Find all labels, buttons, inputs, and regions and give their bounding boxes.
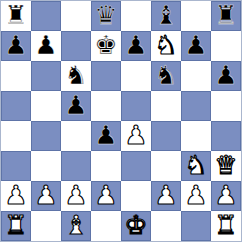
square-e8[interactable] (121, 1, 151, 31)
black-queen-icon[interactable]: ♛ (94, 1, 117, 30)
square-g4[interactable] (181, 121, 211, 151)
square-d1[interactable] (91, 211, 121, 241)
square-f6[interactable]: ♞ (151, 61, 181, 91)
square-g3[interactable]: ♞ (181, 151, 211, 181)
white-pawn-icon[interactable]: ♟ (154, 181, 177, 210)
black-bishop-icon[interactable]: ♝ (154, 1, 177, 30)
square-f8[interactable]: ♝ (151, 1, 181, 31)
square-f3[interactable] (151, 151, 181, 181)
square-h7[interactable] (211, 31, 241, 61)
square-d8[interactable]: ♛ (91, 1, 121, 31)
chess-board: ♜♛♝♜♟♟♚♟♞♟♞♞♟♟♟♟♞♛♟♟♟♟♟♟♟♜♝♚♜ (0, 0, 242, 242)
square-a7[interactable]: ♟ (1, 31, 31, 61)
square-d6[interactable] (91, 61, 121, 91)
white-pawn-icon[interactable]: ♟ (214, 181, 237, 210)
square-a5[interactable] (1, 91, 31, 121)
square-d3[interactable] (91, 151, 121, 181)
square-e3[interactable] (121, 151, 151, 181)
square-f1[interactable] (151, 211, 181, 241)
square-c2[interactable]: ♟ (61, 181, 91, 211)
square-g6[interactable] (181, 61, 211, 91)
square-h8[interactable]: ♜ (211, 1, 241, 31)
square-c8[interactable] (61, 1, 91, 31)
white-pawn-icon[interactable]: ♟ (184, 181, 207, 210)
square-a6[interactable] (1, 61, 31, 91)
square-e5[interactable] (121, 91, 151, 121)
white-knight-icon[interactable]: ♞ (154, 31, 177, 60)
square-e1[interactable]: ♚ (121, 211, 151, 241)
square-a4[interactable] (1, 121, 31, 151)
square-a8[interactable]: ♜ (1, 1, 31, 31)
square-h2[interactable]: ♟ (211, 181, 241, 211)
square-c6[interactable]: ♞ (61, 61, 91, 91)
square-e4[interactable]: ♟ (121, 121, 151, 151)
white-pawn-icon[interactable]: ♟ (124, 121, 147, 150)
white-bishop-icon[interactable]: ♝ (64, 211, 87, 240)
white-queen-icon[interactable]: ♛ (214, 151, 237, 180)
black-king-icon[interactable]: ♚ (94, 31, 117, 60)
square-c5[interactable]: ♟ (61, 91, 91, 121)
square-f7[interactable]: ♞ (151, 31, 181, 61)
square-d2[interactable]: ♟ (91, 181, 121, 211)
square-d7[interactable]: ♚ (91, 31, 121, 61)
white-pawn-icon[interactable]: ♟ (34, 181, 57, 210)
square-h4[interactable] (211, 121, 241, 151)
black-pawn-icon[interactable]: ♟ (64, 91, 87, 120)
square-b5[interactable] (31, 91, 61, 121)
white-pawn-icon[interactable]: ♟ (64, 181, 87, 210)
square-b2[interactable]: ♟ (31, 181, 61, 211)
square-c4[interactable] (61, 121, 91, 151)
square-b6[interactable] (31, 61, 61, 91)
black-pawn-icon[interactable]: ♟ (4, 31, 27, 60)
black-rook-icon[interactable]: ♜ (214, 1, 237, 30)
black-knight-icon[interactable]: ♞ (154, 61, 177, 90)
square-f5[interactable] (151, 91, 181, 121)
square-g2[interactable]: ♟ (181, 181, 211, 211)
white-king-icon[interactable]: ♚ (124, 211, 147, 240)
square-f2[interactable]: ♟ (151, 181, 181, 211)
square-g8[interactable] (181, 1, 211, 31)
square-h5[interactable] (211, 91, 241, 121)
square-e7[interactable]: ♟ (121, 31, 151, 61)
square-b8[interactable] (31, 1, 61, 31)
square-b4[interactable] (31, 121, 61, 151)
square-b7[interactable]: ♟ (31, 31, 61, 61)
square-b3[interactable] (31, 151, 61, 181)
square-h1[interactable]: ♜ (211, 211, 241, 241)
square-h6[interactable]: ♟ (211, 61, 241, 91)
square-c3[interactable] (61, 151, 91, 181)
white-rook-icon[interactable]: ♜ (4, 211, 27, 240)
black-pawn-icon[interactable]: ♟ (214, 61, 237, 90)
square-a1[interactable]: ♜ (1, 211, 31, 241)
white-pawn-icon[interactable]: ♟ (4, 181, 27, 210)
square-d5[interactable] (91, 91, 121, 121)
square-g7[interactable]: ♟ (181, 31, 211, 61)
black-pawn-icon[interactable]: ♟ (184, 31, 207, 60)
square-d4[interactable]: ♟ (91, 121, 121, 151)
square-a2[interactable]: ♟ (1, 181, 31, 211)
square-c7[interactable] (61, 31, 91, 61)
white-rook-icon[interactable]: ♜ (214, 211, 237, 240)
square-a3[interactable] (1, 151, 31, 181)
black-knight-icon[interactable]: ♞ (64, 61, 87, 90)
black-rook-icon[interactable]: ♜ (4, 1, 27, 30)
white-pawn-icon[interactable]: ♟ (94, 181, 117, 210)
white-knight-icon[interactable]: ♞ (184, 151, 207, 180)
square-e2[interactable] (121, 181, 151, 211)
square-e6[interactable] (121, 61, 151, 91)
black-pawn-icon[interactable]: ♟ (124, 31, 147, 60)
black-pawn-icon[interactable]: ♟ (94, 121, 117, 150)
square-g1[interactable] (181, 211, 211, 241)
black-pawn-icon[interactable]: ♟ (34, 31, 57, 60)
square-g5[interactable] (181, 91, 211, 121)
square-c1[interactable]: ♝ (61, 211, 91, 241)
square-f4[interactable] (151, 121, 181, 151)
square-b1[interactable] (31, 211, 61, 241)
square-h3[interactable]: ♛ (211, 151, 241, 181)
